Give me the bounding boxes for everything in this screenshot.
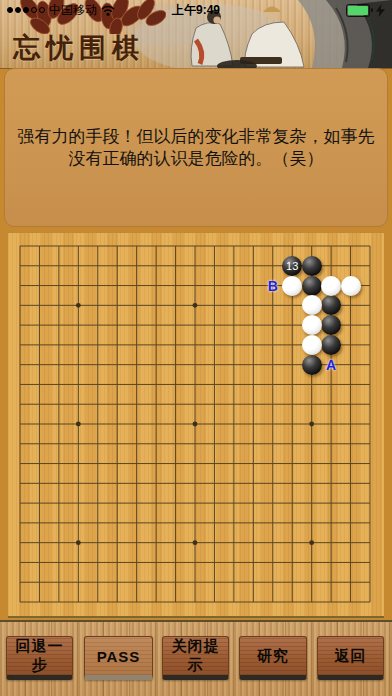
app-screen: 忘忧围棋 中国移动 上午9:49: [0, 0, 392, 696]
wifi-icon: [101, 5, 115, 16]
black-stone: [302, 276, 322, 296]
app-header: 忘忧围棋 中国移动 上午9:49: [0, 0, 392, 69]
study-button[interactable]: 研究: [239, 636, 307, 680]
black-stone: [302, 355, 322, 375]
close-hint-button[interactable]: 关闭提示: [162, 636, 229, 680]
go-board[interactable]: 13BA: [8, 232, 384, 618]
black-stone: [302, 256, 322, 276]
hint-text: 强有力的手段！但以后的变化非常复杂，如事先没有正确的认识是危险的。（吴）: [5, 126, 387, 170]
go-board-grid[interactable]: 13BA: [20, 246, 370, 602]
back-button[interactable]: 返回: [317, 636, 384, 680]
black-stone: [321, 335, 341, 355]
white-stone: [302, 315, 322, 335]
battery-icon: [346, 4, 373, 17]
label-mark-A[interactable]: A: [326, 357, 336, 373]
white-stone: [321, 276, 341, 296]
white-stone: [302, 335, 322, 355]
black-stone: [321, 295, 341, 315]
app-title: 忘忧围棋: [13, 33, 145, 63]
label-mark-B[interactable]: B: [268, 278, 278, 294]
pass-button[interactable]: PASS: [84, 636, 153, 680]
white-stone: [302, 295, 322, 315]
white-stone: [341, 276, 361, 296]
undo-button[interactable]: 回退一步: [6, 636, 73, 680]
toolbar: 回退一步 PASS 关闭提示 研究 返回: [0, 620, 392, 696]
carrier-label: 中国移动: [49, 2, 97, 19]
clock-label: 上午9:49: [172, 0, 220, 20]
charging-bolt-icon: [376, 4, 385, 17]
black-stone: [321, 315, 341, 335]
signal-strength-icon: [7, 7, 45, 13]
hint-panel: 强有力的手段！但以后的变化非常复杂，如事先没有正确的认识是危险的。（吴）: [4, 68, 388, 227]
white-stone: [282, 276, 302, 296]
black-stone: 13: [282, 256, 302, 276]
status-bar: 中国移动 上午9:49: [0, 0, 392, 20]
